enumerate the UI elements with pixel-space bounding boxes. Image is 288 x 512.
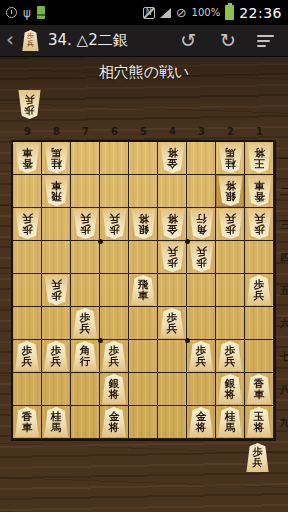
shogi-piece[interactable]: 歩兵 xyxy=(15,209,40,239)
board-cell-8九[interactable]: 桂馬 xyxy=(42,406,71,439)
board-cell-6一[interactable] xyxy=(100,142,129,175)
board-cell-8八[interactable] xyxy=(42,373,71,406)
board-cell-4七[interactable] xyxy=(158,340,187,373)
shogi-piece[interactable]: 歩兵 xyxy=(102,209,127,239)
board-cell-6六[interactable] xyxy=(100,307,129,340)
board-cell-4八[interactable] xyxy=(158,373,187,406)
shogi-piece[interactable]: 歩兵 xyxy=(18,90,41,119)
board-cell-6九[interactable]: 金将 xyxy=(100,406,129,439)
board-cell-8三[interactable] xyxy=(42,208,71,241)
shogi-piece[interactable]: 王将 xyxy=(247,143,272,173)
shogi-piece[interactable]: 歩兵 xyxy=(247,209,272,239)
board-cell-1一[interactable]: 王将 xyxy=(245,142,274,175)
data-blocked-icon: ⊘ xyxy=(176,6,187,19)
board-cell-3八[interactable] xyxy=(187,373,216,406)
board-cell-4九[interactable] xyxy=(158,406,187,439)
usb-icon: ψ xyxy=(23,7,31,19)
board-cell-1八[interactable]: 香車 xyxy=(245,373,274,406)
board-cell-3二[interactable] xyxy=(187,175,216,208)
board-cell-6八[interactable]: 銀将 xyxy=(100,373,129,406)
row-label: 九 xyxy=(278,406,288,439)
row-label: 七 xyxy=(278,340,288,373)
board-cell-8五[interactable]: 歩兵 xyxy=(42,274,71,307)
shogi-piece[interactable]: 歩兵 xyxy=(102,341,127,371)
board-cell-5二[interactable] xyxy=(129,175,158,208)
star-point xyxy=(98,239,103,244)
shogi-piece[interactable]: 銀将 xyxy=(102,374,127,404)
board-cell-7四[interactable] xyxy=(71,241,100,274)
row-label: 二 xyxy=(278,175,288,208)
board-cell-9六[interactable] xyxy=(13,307,42,340)
shogi-piece[interactable]: 桂馬 xyxy=(218,143,243,173)
board-cell-4三[interactable]: 金将 xyxy=(158,208,187,241)
row-label: 三 xyxy=(278,208,288,241)
shogi-piece[interactable]: 歩兵 xyxy=(246,443,269,472)
column-label: 6 xyxy=(100,126,129,137)
board-grid: 香車桂馬金将桂馬王将飛車銀将香車歩兵歩兵歩兵銀将金将角行歩兵歩兵歩兵歩兵歩兵飛車… xyxy=(11,140,276,441)
row-label: 八 xyxy=(278,373,288,406)
board-cell-2四[interactable] xyxy=(216,241,245,274)
shogi-piece[interactable]: 角行 xyxy=(189,209,214,239)
shogi-piece[interactable]: 歩兵 xyxy=(44,275,69,305)
gote-hand: 歩兵 xyxy=(18,90,41,119)
board-cell-1三[interactable]: 歩兵 xyxy=(245,208,274,241)
screen: ψ N ⊘ 100% 22:36 ‹ 歩兵 34. △2二銀 ↺ ↻ 相穴熊の戦… xyxy=(0,0,288,512)
board-cell-5四[interactable] xyxy=(129,241,158,274)
shogi-piece[interactable]: 金将 xyxy=(160,209,185,239)
board-cell-4六[interactable]: 歩兵 xyxy=(158,307,187,340)
back-chevron-icon[interactable]: ‹ xyxy=(4,29,16,52)
board-cell-5三[interactable]: 銀将 xyxy=(129,208,158,241)
board-cell-5一[interactable] xyxy=(129,142,158,175)
board-cell-7二[interactable] xyxy=(71,175,100,208)
shogi-piece[interactable]: 玉将 xyxy=(247,407,272,437)
board-cell-9三[interactable]: 歩兵 xyxy=(13,208,42,241)
board-cell-2六[interactable] xyxy=(216,307,245,340)
shogi-piece[interactable]: 歩兵 xyxy=(73,308,98,338)
board-cell-5六[interactable] xyxy=(129,307,158,340)
star-point xyxy=(185,239,190,244)
shogi-piece[interactable]: 歩兵 xyxy=(218,209,243,239)
shogi-piece[interactable]: 金将 xyxy=(160,143,185,173)
shogi-piece[interactable]: 桂馬 xyxy=(218,407,243,437)
row-label: 五 xyxy=(278,274,288,307)
board-cell-6二[interactable] xyxy=(100,175,129,208)
row-label: 四 xyxy=(278,241,288,274)
shogi-board: 987654321 一二三四五六七八九 香車桂馬金将桂馬王将飛車銀将香車歩兵歩兵… xyxy=(11,140,276,441)
board-cell-7一[interactable] xyxy=(71,142,100,175)
column-label: 9 xyxy=(13,126,42,137)
page-title: 相穴熊の戦い xyxy=(0,63,288,82)
status-bar: ψ N ⊘ 100% 22:36 xyxy=(0,0,288,25)
move-label: 34. △2二銀 xyxy=(48,31,128,50)
shogi-piece[interactable]: 香車 xyxy=(15,143,40,173)
shogi-piece[interactable]: 歩兵 xyxy=(218,341,243,371)
shogi-piece[interactable]: 歩兵 xyxy=(15,341,40,371)
shogi-piece[interactable]: 桂馬 xyxy=(44,407,69,437)
shogi-piece[interactable]: 飛車 xyxy=(44,176,69,206)
sente-hand: 歩兵 xyxy=(246,443,269,472)
signal-icon xyxy=(160,8,171,18)
column-label: 8 xyxy=(42,126,71,137)
board-cell-9五[interactable] xyxy=(13,274,42,307)
board-cell-7九[interactable] xyxy=(71,406,100,439)
battery-widget-icon xyxy=(37,6,45,19)
shogi-piece[interactable]: 銀将 xyxy=(218,374,243,404)
board-cell-8七[interactable]: 歩兵 xyxy=(42,340,71,373)
board-cell-1二[interactable]: 香車 xyxy=(245,175,274,208)
shogi-piece[interactable]: 桂馬 xyxy=(44,143,69,173)
shogi-piece[interactable]: 香車 xyxy=(247,176,272,206)
board-cell-8二[interactable]: 飛車 xyxy=(42,175,71,208)
shogi-piece[interactable]: 金将 xyxy=(189,407,214,437)
board-cell-3四[interactable]: 歩兵 xyxy=(187,241,216,274)
shogi-piece[interactable]: 歩兵 xyxy=(247,275,272,305)
board-cell-8六[interactable] xyxy=(42,307,71,340)
row-label: 六 xyxy=(278,307,288,340)
star-point xyxy=(98,338,103,343)
board-cell-6三[interactable]: 歩兵 xyxy=(100,208,129,241)
shogi-piece[interactable]: 飛車 xyxy=(131,275,156,305)
board-cell-4五[interactable] xyxy=(158,274,187,307)
shogi-piece[interactable]: 歩兵 xyxy=(160,308,185,338)
shogi-piece[interactable]: 歩兵 xyxy=(189,242,214,272)
battery-percent: 100% xyxy=(192,7,221,18)
board-cell-8四[interactable] xyxy=(42,241,71,274)
board-cell-4一[interactable]: 金将 xyxy=(158,142,187,175)
board-cell-7五[interactable] xyxy=(71,274,100,307)
column-label: 2 xyxy=(216,126,245,137)
board-cell-6五[interactable] xyxy=(100,274,129,307)
shogi-piece[interactable]: 銀将 xyxy=(218,176,243,206)
shogi-piece[interactable]: 歩兵 xyxy=(160,242,185,272)
board-cell-5八[interactable] xyxy=(129,373,158,406)
board-cell-3九[interactable]: 金将 xyxy=(187,406,216,439)
board-cell-9二[interactable] xyxy=(13,175,42,208)
board-cell-9八[interactable] xyxy=(13,373,42,406)
row-label: 一 xyxy=(278,142,288,175)
board-cell-2五[interactable] xyxy=(216,274,245,307)
shogi-piece[interactable]: 歩兵 xyxy=(44,341,69,371)
shogi-piece[interactable]: 金将 xyxy=(102,407,127,437)
undo-icon[interactable]: ↺ xyxy=(171,31,205,50)
board-cell-1七[interactable] xyxy=(245,340,274,373)
board-cell-2九[interactable]: 桂馬 xyxy=(216,406,245,439)
board-cell-5七[interactable] xyxy=(129,340,158,373)
battery-icon xyxy=(225,5,234,20)
board-cell-3五[interactable] xyxy=(187,274,216,307)
board-cell-7七[interactable]: 角行 xyxy=(71,340,100,373)
board-cell-2一[interactable]: 桂馬 xyxy=(216,142,245,175)
column-label: 5 xyxy=(129,126,158,137)
board-cell-3六[interactable] xyxy=(187,307,216,340)
nfc-off-icon: N xyxy=(143,7,155,19)
board-cell-8一[interactable]: 桂馬 xyxy=(42,142,71,175)
board-cell-2七[interactable]: 歩兵 xyxy=(216,340,245,373)
board-cell-3三[interactable]: 角行 xyxy=(187,208,216,241)
alarm-icon xyxy=(6,7,17,18)
shogi-piece[interactable]: 銀将 xyxy=(131,209,156,239)
board-cell-6四[interactable] xyxy=(100,241,129,274)
board-cell-9九[interactable]: 香車 xyxy=(13,406,42,439)
board-cell-2三[interactable]: 歩兵 xyxy=(216,208,245,241)
board-cell-1五[interactable]: 歩兵 xyxy=(245,274,274,307)
board-cell-4四[interactable]: 歩兵 xyxy=(158,241,187,274)
board-cell-1四[interactable] xyxy=(245,241,274,274)
board-cell-9七[interactable]: 歩兵 xyxy=(13,340,42,373)
board-cell-2八[interactable]: 銀将 xyxy=(216,373,245,406)
board-cell-5五[interactable]: 飛車 xyxy=(129,274,158,307)
board-cell-3一[interactable] xyxy=(187,142,216,175)
star-point xyxy=(185,338,190,343)
board-cell-5九[interactable] xyxy=(129,406,158,439)
shogi-piece[interactable]: 歩兵 xyxy=(73,209,98,239)
board-cell-3七[interactable]: 歩兵 xyxy=(187,340,216,373)
column-label: 1 xyxy=(245,126,274,137)
shogi-piece[interactable]: 歩兵 xyxy=(189,341,214,371)
board-cell-1九[interactable]: 玉将 xyxy=(245,406,274,439)
board-cell-9四[interactable] xyxy=(13,241,42,274)
board-cell-6七[interactable]: 歩兵 xyxy=(100,340,129,373)
column-label: 3 xyxy=(187,126,216,137)
board-cell-7八[interactable] xyxy=(71,373,100,406)
shogi-piece[interactable]: 香車 xyxy=(15,407,40,437)
shogi-piece[interactable]: 角行 xyxy=(73,341,98,371)
board-cell-7六[interactable]: 歩兵 xyxy=(71,307,100,340)
toolbar: ‹ 歩兵 34. △2二銀 ↺ ↻ xyxy=(0,25,288,57)
status-bar-left: ψ xyxy=(6,6,45,19)
app-piece-icon[interactable]: 歩兵 xyxy=(22,30,39,51)
redo-icon[interactable]: ↻ xyxy=(211,31,245,50)
board-cell-9一[interactable]: 香車 xyxy=(13,142,42,175)
column-label: 4 xyxy=(158,126,187,137)
board-column-labels: 987654321 xyxy=(13,126,274,137)
board-cell-2二[interactable]: 銀将 xyxy=(216,175,245,208)
board-cell-1六[interactable] xyxy=(245,307,274,340)
board-row-labels: 一二三四五六七八九 xyxy=(278,142,288,439)
column-label: 7 xyxy=(71,126,100,137)
shogi-piece[interactable]: 香車 xyxy=(247,374,272,404)
status-bar-right: N ⊘ 100% 22:36 xyxy=(143,5,282,21)
board-cell-4二[interactable] xyxy=(158,175,187,208)
play-area: 相穴熊の戦い 歩兵 987654321 一二三四五六七八九 香車桂馬金将桂馬王将… xyxy=(0,57,288,512)
menu-sort-icon[interactable] xyxy=(251,35,280,47)
board-cell-7三[interactable]: 歩兵 xyxy=(71,208,100,241)
clock: 22:36 xyxy=(239,5,282,21)
